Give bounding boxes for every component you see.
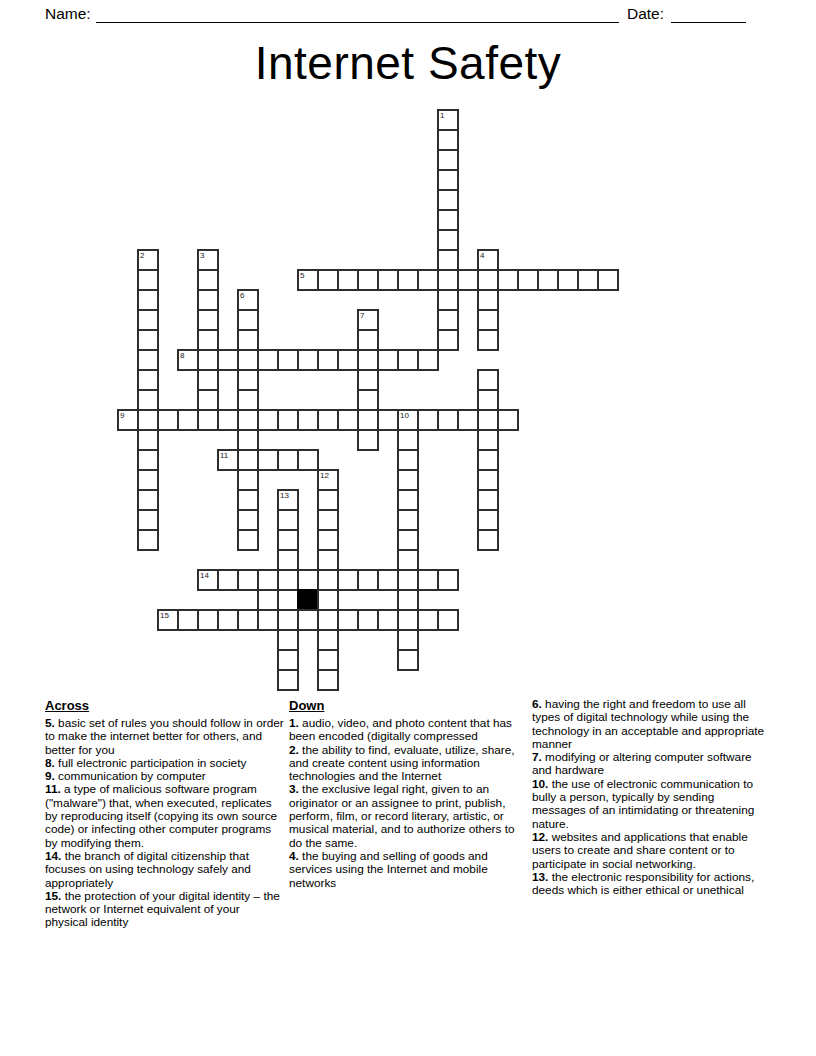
- grid-cell[interactable]: [197, 609, 219, 631]
- grid-cell[interactable]: 2: [137, 249, 159, 271]
- grid-cell[interactable]: [397, 349, 419, 371]
- grid-cell[interactable]: [257, 589, 279, 611]
- grid-cell[interactable]: [397, 549, 419, 571]
- grid-cell[interactable]: [137, 349, 159, 371]
- grid-cell[interactable]: [297, 409, 319, 431]
- name-label: Name:: [45, 5, 91, 23]
- grid-cell[interactable]: [437, 129, 459, 151]
- clue-down-6: 6. having the right and freedom to use a…: [532, 698, 769, 751]
- grid-cell[interactable]: [577, 269, 599, 291]
- grid-cell[interactable]: [317, 409, 339, 431]
- grid-cell[interactable]: [277, 649, 299, 671]
- grid-cell[interactable]: [417, 569, 439, 591]
- grid-cell[interactable]: [137, 389, 159, 411]
- grid-cell[interactable]: [437, 269, 459, 291]
- grid-cell[interactable]: [237, 469, 259, 491]
- grid-cell[interactable]: 9: [117, 409, 139, 431]
- grid-cell[interactable]: [497, 409, 519, 431]
- grid-cell[interactable]: [557, 269, 579, 291]
- cell-number: 1: [440, 111, 444, 120]
- grid-cell[interactable]: [397, 269, 419, 291]
- grid-cell[interactable]: 5: [297, 269, 319, 291]
- clue-number: 13.: [532, 870, 548, 884]
- grid-cell[interactable]: [317, 549, 339, 571]
- grid-cell[interactable]: [237, 529, 259, 551]
- grid-cell[interactable]: [237, 349, 259, 371]
- grid-cell[interactable]: [457, 269, 479, 291]
- grid-cell[interactable]: [277, 589, 299, 611]
- grid-cell[interactable]: [397, 429, 419, 451]
- cell-number: 9: [120, 411, 124, 420]
- clue-number: 10.: [532, 777, 548, 791]
- grid-cell[interactable]: [137, 409, 159, 431]
- grid-cell[interactable]: [217, 609, 239, 631]
- grid-cell[interactable]: 12: [317, 469, 339, 491]
- grid-cell[interactable]: [477, 289, 499, 311]
- clue-number: 14.: [45, 849, 61, 863]
- grid-cell[interactable]: [357, 269, 379, 291]
- down-header: Down: [289, 698, 526, 713]
- grid-cell[interactable]: [317, 269, 339, 291]
- grid-cell[interactable]: [277, 549, 299, 571]
- grid-cell[interactable]: 1: [437, 109, 459, 131]
- clue-across-9: 9. communication by computer: [45, 770, 285, 783]
- cell-number: 14: [200, 571, 209, 580]
- grid-cell[interactable]: [397, 589, 419, 611]
- down-clue-list-1: 1. audio, video, and photo content that …: [289, 717, 526, 890]
- grid-cell[interactable]: [337, 409, 359, 431]
- clue-down-13: 13. the electronic responsibility for ac…: [532, 871, 769, 898]
- grid-cell[interactable]: [357, 609, 379, 631]
- grid-cell[interactable]: [477, 309, 499, 331]
- grid-cell[interactable]: [437, 149, 459, 171]
- grid-cell[interactable]: [477, 269, 499, 291]
- clue-down-2: 2. the ability to find, evaluate, utiliz…: [289, 744, 526, 784]
- grid-cell[interactable]: 13: [277, 489, 299, 511]
- grid-cell[interactable]: [137, 489, 159, 511]
- grid-cell[interactable]: [217, 569, 239, 591]
- grid-cell[interactable]: [477, 329, 499, 351]
- grid-cell[interactable]: [437, 249, 459, 271]
- grid-cell[interactable]: [317, 669, 339, 691]
- grid-cell[interactable]: 14: [197, 569, 219, 591]
- grid-cell[interactable]: [477, 509, 499, 531]
- clue-across-15: 15. the protection of your digital ident…: [45, 890, 285, 930]
- cell-number: 5: [300, 271, 304, 280]
- grid-cell[interactable]: [377, 349, 399, 371]
- grid-cell[interactable]: [437, 409, 459, 431]
- grid-cell[interactable]: [337, 349, 359, 371]
- grid-cell[interactable]: 11: [217, 449, 239, 471]
- grid-cell[interactable]: [357, 389, 379, 411]
- grid-cell[interactable]: [357, 409, 379, 431]
- grid-cell[interactable]: [277, 409, 299, 431]
- grid-cell[interactable]: [357, 349, 379, 371]
- clues-down-column-1: Down 1. audio, video, and photo content …: [289, 698, 526, 890]
- crossword-grid: 123456789101112131415: [118, 110, 618, 690]
- grid-cell[interactable]: [437, 189, 459, 211]
- grid-cell[interactable]: [397, 449, 419, 471]
- grid-cell[interactable]: [477, 409, 499, 431]
- puzzle-title: Internet Safety: [0, 36, 816, 90]
- grid-cell[interactable]: [197, 329, 219, 351]
- grid-cell[interactable]: [137, 269, 159, 291]
- grid-cell[interactable]: [477, 389, 499, 411]
- clue-number: 12.: [532, 830, 548, 844]
- cell-number: 15: [160, 611, 169, 620]
- clue-number: 8.: [45, 756, 55, 770]
- clue-number: 6.: [532, 697, 542, 711]
- grid-cell[interactable]: [197, 389, 219, 411]
- grid-cell[interactable]: [137, 429, 159, 451]
- clue-down-1: 1. audio, video, and photo content that …: [289, 717, 526, 744]
- clue-number: 2.: [289, 743, 299, 757]
- clue-across-8: 8. full electronic participation in soci…: [45, 757, 285, 770]
- grid-cell[interactable]: [397, 609, 419, 631]
- grid-cell[interactable]: [137, 309, 159, 331]
- grid-cell[interactable]: [257, 449, 279, 471]
- grid-cell[interactable]: [397, 569, 419, 591]
- grid-cell[interactable]: [137, 509, 159, 531]
- grid-cell[interactable]: 10: [397, 409, 419, 431]
- cell-number: 4: [480, 251, 484, 260]
- grid-cell[interactable]: [517, 269, 539, 291]
- grid-cell[interactable]: [597, 269, 619, 291]
- grid-cell[interactable]: [317, 589, 339, 611]
- clue-number: 9.: [45, 769, 55, 783]
- clue-number: 11.: [45, 782, 61, 796]
- across-header: Across: [45, 698, 285, 713]
- grid-cell[interactable]: [297, 609, 319, 631]
- grid-cell[interactable]: [357, 329, 379, 351]
- grid-cell[interactable]: [237, 409, 259, 431]
- grid-cell[interactable]: [237, 369, 259, 391]
- grid-cell[interactable]: [377, 609, 399, 631]
- grid-cell[interactable]: [477, 429, 499, 451]
- grid-cell[interactable]: 7: [357, 309, 379, 331]
- grid-cell[interactable]: [237, 429, 259, 451]
- grid-cell[interactable]: [137, 369, 159, 391]
- grid-cell[interactable]: [317, 489, 339, 511]
- grid-cell[interactable]: [177, 609, 199, 631]
- grid-cell[interactable]: [397, 649, 419, 671]
- grid-cell[interactable]: [477, 369, 499, 391]
- grid-cell[interactable]: [197, 409, 219, 431]
- grid-cell[interactable]: [417, 349, 439, 371]
- clue-down-10: 10. the use of electronic communication …: [532, 778, 769, 831]
- clues-down-column-2: 6. having the right and freedom to use a…: [532, 698, 769, 897]
- grid-cell[interactable]: [477, 469, 499, 491]
- grid-cell[interactable]: [357, 569, 379, 591]
- grid-cell[interactable]: [197, 369, 219, 391]
- grid-cell[interactable]: [237, 489, 259, 511]
- grid-cell[interactable]: [437, 169, 459, 191]
- clue-number: 5.: [45, 716, 55, 730]
- grid-cell[interactable]: [317, 569, 339, 591]
- grid-cell[interactable]: [197, 309, 219, 331]
- grid-cell[interactable]: [237, 329, 259, 351]
- clue-number: 15.: [45, 889, 61, 903]
- clue-down-7: 7. modifying or altering computer softwa…: [532, 751, 769, 778]
- clue-down-3: 3. the exclusive legal right, given to a…: [289, 783, 526, 849]
- grid-cell[interactable]: [337, 609, 359, 631]
- grid-cell[interactable]: [197, 289, 219, 311]
- cell-number: 11: [220, 451, 228, 460]
- grid-cell[interactable]: [177, 409, 199, 431]
- clue-number: 3.: [289, 782, 299, 796]
- grid-cell[interactable]: [377, 409, 399, 431]
- grid-cell[interactable]: [497, 269, 519, 291]
- grid-cell[interactable]: [477, 529, 499, 551]
- grid-cell[interactable]: [457, 409, 479, 431]
- date-blank-line: [671, 6, 746, 23]
- cell-number: 6: [240, 291, 244, 300]
- clue-across-14: 14. the branch of digital citizenship th…: [45, 850, 285, 890]
- cell-number: 13: [280, 491, 289, 500]
- date-label: Date:: [627, 5, 664, 23]
- grid-cell[interactable]: [337, 269, 359, 291]
- cell-number: 3: [200, 251, 204, 260]
- grid-cell[interactable]: [257, 609, 279, 631]
- grid-cell[interactable]: [257, 349, 279, 371]
- clue-down-12: 12. websites and applications that enabl…: [532, 831, 769, 871]
- grid-cell[interactable]: [357, 369, 379, 391]
- grid-cell[interactable]: [417, 269, 439, 291]
- grid-cell[interactable]: [197, 269, 219, 291]
- grid-cell[interactable]: [397, 489, 419, 511]
- grid-cell[interactable]: 8: [177, 349, 199, 371]
- grid-cell[interactable]: [137, 469, 159, 491]
- grid-cell[interactable]: [397, 529, 419, 551]
- grid-cell[interactable]: [297, 449, 319, 471]
- grid-cell[interactable]: [417, 409, 439, 431]
- grid-cell[interactable]: [277, 449, 299, 471]
- grid-cell[interactable]: [417, 609, 439, 631]
- grid-cell[interactable]: [377, 569, 399, 591]
- black-cell: [297, 589, 319, 611]
- grid-cell[interactable]: [317, 649, 339, 671]
- grid-cell[interactable]: [137, 449, 159, 471]
- cell-number: 8: [180, 351, 184, 360]
- grid-cell[interactable]: [277, 669, 299, 691]
- grid-cell[interactable]: 3: [197, 249, 219, 271]
- grid-cell[interactable]: [397, 509, 419, 531]
- grid-cell[interactable]: [397, 629, 419, 651]
- name-blank-line: [96, 6, 619, 23]
- grid-cell[interactable]: [237, 389, 259, 411]
- grid-cell[interactable]: [257, 409, 279, 431]
- cell-number: 7: [360, 311, 364, 320]
- grid-cell[interactable]: [377, 269, 399, 291]
- clue-across-11: 11. a type of malicious software program…: [45, 783, 285, 849]
- grid-cell[interactable]: [357, 429, 379, 451]
- grid-cell[interactable]: [237, 569, 259, 591]
- grid-cell[interactable]: [237, 449, 259, 471]
- grid-cell[interactable]: [277, 629, 299, 651]
- cell-number: 2: [140, 251, 144, 260]
- grid-cell[interactable]: [197, 349, 219, 371]
- grid-cell[interactable]: [337, 569, 359, 591]
- clue-down-4: 4. the buying and selling of goods and s…: [289, 850, 526, 890]
- clue-number: 1.: [289, 716, 299, 730]
- grid-cell[interactable]: [277, 529, 299, 551]
- grid-cell[interactable]: 15: [157, 609, 179, 631]
- grid-cell[interactable]: [477, 489, 499, 511]
- grid-cell[interactable]: [277, 509, 299, 531]
- cell-number: 10: [400, 411, 409, 420]
- across-clue-list: 5. basic set of rules you should follow …: [45, 717, 285, 930]
- grid-cell[interactable]: [237, 609, 259, 631]
- grid-cell[interactable]: [217, 409, 239, 431]
- grid-cell[interactable]: [477, 449, 499, 471]
- down-clue-list-2: 6. having the right and freedom to use a…: [532, 698, 769, 897]
- clue-number: 7.: [532, 750, 542, 764]
- grid-cell[interactable]: [437, 609, 459, 631]
- grid-cell[interactable]: [317, 509, 339, 531]
- grid-cell[interactable]: [317, 529, 339, 551]
- grid-cell[interactable]: [277, 569, 299, 591]
- cell-number: 12: [320, 471, 329, 480]
- grid-cell[interactable]: [317, 629, 339, 651]
- clue-across-5: 5. basic set of rules you should follow …: [45, 717, 285, 757]
- grid-cell[interactable]: [157, 409, 179, 431]
- clue-number: 4.: [289, 849, 299, 863]
- grid-cell[interactable]: [257, 569, 279, 591]
- grid-cell[interactable]: [437, 309, 459, 331]
- grid-cell[interactable]: [217, 349, 239, 371]
- grid-cell[interactable]: [317, 609, 339, 631]
- grid-cell[interactable]: [297, 349, 319, 371]
- grid-cell[interactable]: [437, 569, 459, 591]
- grid-cell[interactable]: [317, 349, 339, 371]
- grid-cell[interactable]: [137, 289, 159, 311]
- grid-cell[interactable]: [237, 309, 259, 331]
- grid-cell[interactable]: [277, 349, 299, 371]
- clues-across-column: Across 5. basic set of rules you should …: [45, 698, 285, 930]
- grid-cell[interactable]: [437, 209, 459, 231]
- grid-cell[interactable]: [397, 469, 419, 491]
- grid-cell[interactable]: [137, 529, 159, 551]
- grid-cell[interactable]: [237, 509, 259, 531]
- grid-cell[interactable]: [137, 329, 159, 351]
- grid-cell[interactable]: [437, 289, 459, 311]
- grid-cell[interactable]: 4: [477, 249, 499, 271]
- grid-cell[interactable]: [537, 269, 559, 291]
- grid-cell[interactable]: [297, 569, 319, 591]
- grid-cell[interactable]: [277, 609, 299, 631]
- grid-cell[interactable]: [437, 229, 459, 251]
- grid-cell[interactable]: 6: [237, 289, 259, 311]
- grid-cell[interactable]: [437, 329, 459, 351]
- crossword-worksheet: { "game": "crossword", "title": "Interne…: [0, 0, 816, 1056]
